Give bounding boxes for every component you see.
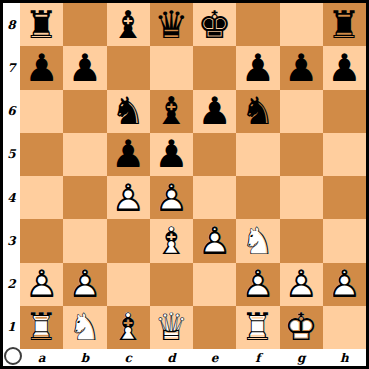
rank-label-1: 1 [3, 306, 20, 349]
square-b5[interactable] [63, 133, 106, 176]
square-e2[interactable] [193, 263, 236, 306]
square-c8[interactable]: ♝ [107, 3, 150, 46]
square-a2[interactable]: ♟♙ [20, 263, 63, 306]
black-knight: ♞ [236, 90, 279, 133]
square-e3[interactable]: ♟♙ [193, 219, 236, 262]
black-bishop: ♝ [150, 90, 193, 133]
square-c3[interactable] [107, 219, 150, 262]
file-label-h: h [323, 349, 366, 366]
rank-label-5: 5 [3, 133, 20, 176]
white-knight: ♞♘ [63, 306, 106, 349]
square-f2[interactable]: ♟♙ [236, 263, 279, 306]
black-pawn: ♟ [193, 90, 236, 133]
square-h7[interactable]: ♟ [323, 46, 366, 89]
square-f6[interactable]: ♞ [236, 90, 279, 133]
rank-label-8: 8 [3, 3, 20, 46]
square-d3[interactable]: ♝♗ [150, 219, 193, 262]
square-e1[interactable] [193, 306, 236, 349]
white-bishop: ♝♗ [150, 219, 193, 262]
square-c7[interactable] [107, 46, 150, 89]
square-c1[interactable]: ♝♗ [107, 306, 150, 349]
square-a5[interactable] [20, 133, 63, 176]
square-c5[interactable]: ♟ [107, 133, 150, 176]
chess-diagram: 87654321 ♜♝♛♚♜♟♟♟♟♟♞♝♟♞♟♟♟♙♟♙♝♗♟♙♞♘♟♙♟♙♟… [0, 0, 369, 369]
file-label-a: a [20, 349, 63, 366]
black-knight: ♞ [107, 90, 150, 133]
rank-label-4: 4 [3, 176, 20, 219]
white-rook: ♜♖ [236, 306, 279, 349]
white-pawn: ♟♙ [236, 263, 279, 306]
black-king: ♚ [193, 3, 236, 46]
square-c4[interactable]: ♟♙ [107, 176, 150, 219]
rank-label-3: 3 [3, 219, 20, 262]
square-f5[interactable] [236, 133, 279, 176]
square-a8[interactable]: ♜ [20, 3, 63, 46]
square-b6[interactable] [63, 90, 106, 133]
white-pawn: ♟♙ [150, 176, 193, 219]
square-f1[interactable]: ♜♖ [236, 306, 279, 349]
black-pawn: ♟ [236, 46, 279, 89]
square-a4[interactable] [20, 176, 63, 219]
white-king: ♚♔ [280, 306, 323, 349]
square-b7[interactable]: ♟ [63, 46, 106, 89]
square-h2[interactable]: ♟♙ [323, 263, 366, 306]
file-labels: abcdefgh [20, 349, 366, 366]
square-f4[interactable] [236, 176, 279, 219]
file-label-e: e [193, 349, 236, 366]
rank-label-7: 7 [3, 46, 20, 89]
square-d8[interactable]: ♛ [150, 3, 193, 46]
black-bishop: ♝ [107, 3, 150, 46]
white-rook: ♜♖ [20, 306, 63, 349]
square-c2[interactable] [107, 263, 150, 306]
white-pawn: ♟♙ [20, 263, 63, 306]
square-f8[interactable] [236, 3, 279, 46]
file-label-f: f [236, 349, 279, 366]
file-label-d: d [150, 349, 193, 366]
square-g3[interactable] [280, 219, 323, 262]
black-queen: ♛ [150, 3, 193, 46]
square-e4[interactable] [193, 176, 236, 219]
square-a6[interactable] [20, 90, 63, 133]
square-e5[interactable] [193, 133, 236, 176]
square-f3[interactable]: ♞♘ [236, 219, 279, 262]
black-rook: ♜ [20, 3, 63, 46]
square-a3[interactable] [20, 219, 63, 262]
rank-label-2: 2 [3, 263, 20, 306]
square-g1[interactable]: ♚♔ [280, 306, 323, 349]
square-d7[interactable] [150, 46, 193, 89]
black-pawn: ♟ [280, 46, 323, 89]
square-d2[interactable] [150, 263, 193, 306]
white-pawn: ♟♙ [63, 263, 106, 306]
square-e8[interactable]: ♚ [193, 3, 236, 46]
square-h8[interactable]: ♜ [323, 3, 366, 46]
file-label-c: c [107, 349, 150, 366]
square-f7[interactable]: ♟ [236, 46, 279, 89]
square-g8[interactable] [280, 3, 323, 46]
square-g6[interactable] [280, 90, 323, 133]
square-g7[interactable]: ♟ [280, 46, 323, 89]
file-label-g: g [280, 349, 323, 366]
square-a1[interactable]: ♜♖ [20, 306, 63, 349]
square-e7[interactable] [193, 46, 236, 89]
rank-label-6: 6 [3, 90, 20, 133]
square-h5[interactable] [323, 133, 366, 176]
white-bishop: ♝♗ [107, 306, 150, 349]
black-pawn: ♟ [63, 46, 106, 89]
square-h3[interactable] [323, 219, 366, 262]
square-b1[interactable]: ♞♘ [63, 306, 106, 349]
square-a7[interactable]: ♟ [20, 46, 63, 89]
white-queen: ♛♕ [150, 306, 193, 349]
black-pawn: ♟ [150, 133, 193, 176]
square-g5[interactable] [280, 133, 323, 176]
square-g2[interactable]: ♟♙ [280, 263, 323, 306]
rank-labels: 87654321 [3, 3, 20, 349]
side-to-move-indicator [4, 347, 22, 365]
black-pawn: ♟ [107, 133, 150, 176]
square-h4[interactable] [323, 176, 366, 219]
square-d5[interactable]: ♟ [150, 133, 193, 176]
square-b8[interactable] [63, 3, 106, 46]
black-rook: ♜ [323, 3, 366, 46]
square-d6[interactable]: ♝ [150, 90, 193, 133]
black-pawn: ♟ [323, 46, 366, 89]
white-pawn: ♟♙ [193, 219, 236, 262]
square-c6[interactable]: ♞ [107, 90, 150, 133]
board: ♜♝♛♚♜♟♟♟♟♟♞♝♟♞♟♟♟♙♟♙♝♗♟♙♞♘♟♙♟♙♟♙♟♙♟♙♜♖♞♘… [20, 3, 366, 349]
square-h6[interactable] [323, 90, 366, 133]
square-d1[interactable]: ♛♕ [150, 306, 193, 349]
diagram-layout: 87654321 ♜♝♛♚♜♟♟♟♟♟♞♝♟♞♟♟♟♙♟♙♝♗♟♙♞♘♟♙♟♙♟… [3, 3, 366, 366]
white-pawn: ♟♙ [323, 263, 366, 306]
black-pawn: ♟ [20, 46, 63, 89]
square-e6[interactable]: ♟ [193, 90, 236, 133]
square-g4[interactable] [280, 176, 323, 219]
square-h1[interactable] [323, 306, 366, 349]
white-knight: ♞♘ [236, 219, 279, 262]
white-pawn: ♟♙ [107, 176, 150, 219]
square-b3[interactable] [63, 219, 106, 262]
white-pawn: ♟♙ [280, 263, 323, 306]
square-b4[interactable] [63, 176, 106, 219]
file-label-b: b [63, 349, 106, 366]
square-d4[interactable]: ♟♙ [150, 176, 193, 219]
square-b2[interactable]: ♟♙ [63, 263, 106, 306]
